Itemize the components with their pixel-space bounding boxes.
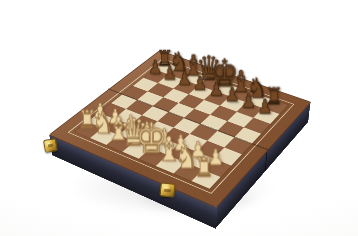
product-photo: ♜♞♝♛♚♝♞♜♟♟♟♟♟♟♟♟♟♟♟♟♟♟♟♟♜♞♝♛♚♝♞♜ [0,0,358,236]
brass-latch-left [43,138,58,153]
white-rook: ♜ [180,154,229,180]
black-pawn: ♟ [243,97,287,117]
brass-latch-front [159,182,175,197]
chess-box-scene: ♜♞♝♛♚♝♞♜♟♟♟♟♟♟♟♟♟♟♟♟♟♟♟♟♜♞♝♛♚♝♞♜ [89,23,279,213]
